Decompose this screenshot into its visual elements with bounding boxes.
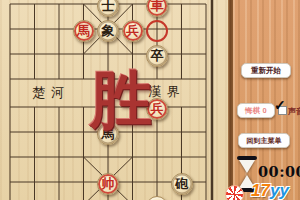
site-watermark-link[interactable]: 17yy xyxy=(251,181,289,200)
checkmark-icon: ✓ xyxy=(274,97,286,113)
hourglass-upper-bulb xyxy=(239,160,255,173)
xiangqi-piece-帅[interactable]: 帅 xyxy=(97,173,119,195)
xiangqi-piece-馬[interactable]: 馬 xyxy=(73,20,95,42)
xiangqi-piece-象[interactable]: 象 xyxy=(97,20,119,42)
river-label-left: 楚河 xyxy=(32,84,70,102)
game-timer: 00:00 xyxy=(258,163,300,180)
main-menu-button[interactable]: 回到主菜单 xyxy=(238,133,290,148)
fireworks-logo-icon xyxy=(225,185,244,200)
restart-button[interactable]: 重新开始 xyxy=(241,63,291,78)
victory-overlay-text: 胜 xyxy=(90,66,152,134)
sound-checkbox-label[interactable]: 声音 xyxy=(288,106,300,117)
watermark-part-1: 17 xyxy=(251,181,270,200)
sidebar: 重新开始 悔棋 0 ✓ 声音 回到主菜单 00:00 17yy xyxy=(233,0,300,200)
xiangqi-piece-兵[interactable]: 兵 xyxy=(122,20,144,42)
undo-button[interactable]: 悔棋 0 xyxy=(237,103,275,118)
xiangqi-board[interactable]: 楚河 漢界 士車馬象兵卒兵馬帅砲 胜 xyxy=(0,0,232,200)
watermark-part-2: yy xyxy=(270,181,289,200)
xiangqi-piece-砲[interactable]: 砲 xyxy=(171,173,193,195)
last-move-marker-ring xyxy=(146,20,168,42)
